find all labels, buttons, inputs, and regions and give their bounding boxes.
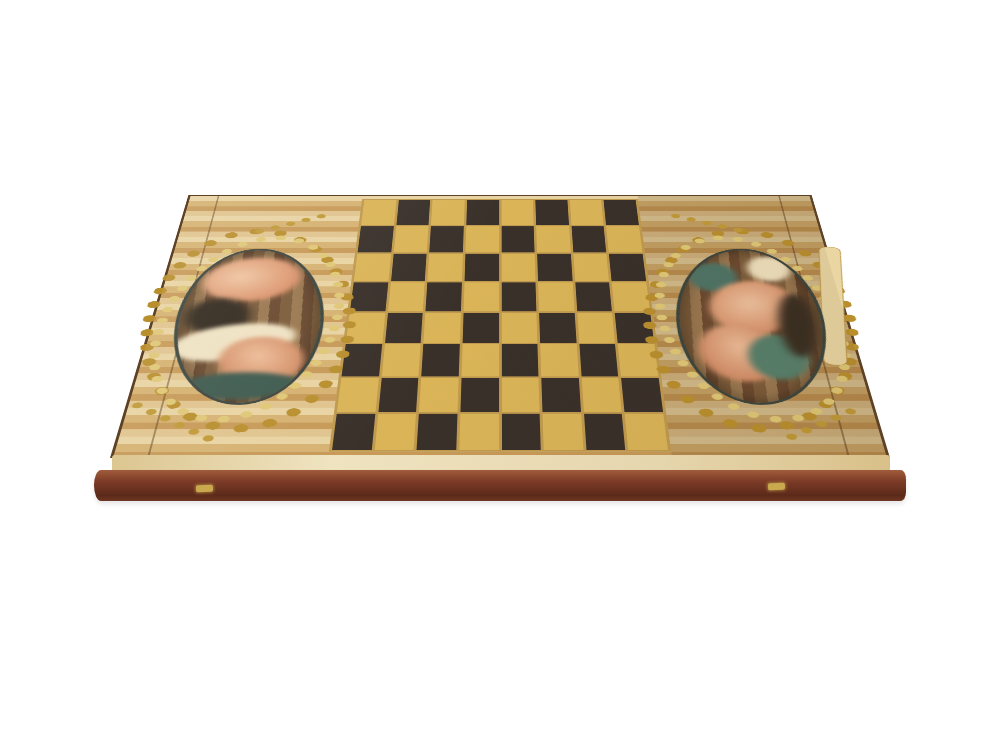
square-e6 (501, 254, 535, 281)
square-f2 (541, 378, 580, 412)
square-g1 (584, 414, 626, 450)
square-d4 (462, 313, 498, 343)
square-g3 (579, 344, 618, 376)
square-a8 (361, 200, 396, 225)
square-d6 (464, 254, 498, 281)
square-c1 (417, 414, 458, 450)
square-b1 (374, 414, 416, 450)
square-c5 (426, 282, 462, 311)
leaf-sprig (254, 213, 328, 234)
square-e5 (501, 282, 536, 311)
square-b4 (385, 313, 423, 343)
square-d3 (461, 344, 498, 376)
square-a5 (350, 282, 388, 311)
leaf-sprig (670, 213, 744, 233)
square-g8 (570, 200, 604, 225)
square-g6 (573, 254, 609, 281)
square-b6 (391, 254, 427, 281)
square-d1 (459, 414, 498, 450)
square-b5 (388, 282, 425, 311)
case-front-rim (94, 470, 906, 501)
square-e1 (501, 414, 540, 450)
square-e8 (501, 200, 534, 225)
photo-scene (0, 0, 1000, 745)
square-f8 (535, 200, 568, 225)
left-decor-panel (114, 196, 363, 456)
square-d7 (465, 226, 498, 252)
square-g7 (571, 226, 606, 252)
square-c4 (424, 313, 461, 343)
square-d2 (460, 378, 498, 412)
square-f6 (537, 254, 572, 281)
square-f4 (539, 313, 576, 343)
chessboard (329, 199, 671, 451)
square-c8 (431, 200, 464, 225)
square-b2 (378, 378, 418, 412)
square-a7 (358, 226, 394, 252)
square-a1 (332, 414, 375, 450)
square-c6 (428, 254, 463, 281)
square-h7 (606, 226, 642, 252)
square-a2 (337, 378, 379, 412)
square-d8 (466, 200, 499, 225)
square-g2 (581, 378, 621, 412)
square-h1 (625, 414, 668, 450)
square-e7 (501, 226, 534, 252)
brass-latch-left (196, 485, 213, 493)
square-d5 (463, 282, 498, 311)
square-b8 (396, 200, 430, 225)
square-h6 (609, 254, 646, 281)
square-c7 (429, 226, 463, 252)
square-e2 (501, 378, 539, 412)
square-f5 (538, 282, 574, 311)
square-f7 (536, 226, 570, 252)
square-b3 (381, 344, 420, 376)
square-e3 (501, 344, 538, 376)
square-f3 (540, 344, 578, 376)
square-b7 (394, 226, 429, 252)
square-h2 (621, 378, 663, 412)
case-lid-face (110, 195, 890, 458)
square-a6 (354, 254, 391, 281)
brass-latch-right (768, 483, 785, 491)
square-g4 (577, 313, 615, 343)
square-c3 (421, 344, 459, 376)
chessboard-column (328, 196, 672, 456)
square-c2 (419, 378, 458, 412)
square-h8 (604, 200, 639, 225)
square-g5 (575, 282, 612, 311)
right-decor-panel (638, 196, 887, 456)
square-f1 (543, 414, 584, 450)
square-e4 (501, 313, 537, 343)
